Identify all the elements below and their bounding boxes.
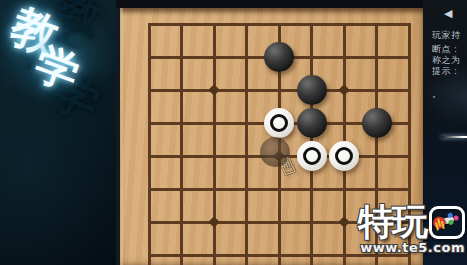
- gamepad-logo-icon: [429, 206, 465, 239]
- grid-vline: [148, 23, 151, 265]
- star-point: [338, 216, 349, 227]
- game-screen: 教 教 学 教 学 ☝ ◀ 玩家持 断点： 称之为 提示： 。 特玩: [0, 0, 467, 265]
- info-text-line: 玩家持: [432, 29, 461, 42]
- black-stone: [297, 108, 327, 138]
- tutorial-banner-panel: 教 教 学 教 学: [0, 0, 116, 265]
- black-stone: [362, 108, 392, 138]
- watermark-brand-text: 特玩: [358, 204, 426, 240]
- star-point: [208, 216, 219, 227]
- grid-hline: [148, 188, 411, 191]
- white-stone: [297, 141, 327, 171]
- shooting-star-streak: [441, 136, 467, 138]
- info-text-line: 。: [432, 88, 442, 101]
- white-stone: [264, 108, 294, 138]
- te5-watermark: 特玩 www.te5.com: [357, 204, 465, 255]
- black-stone: [297, 75, 327, 105]
- grid-vline: [213, 23, 216, 265]
- grid-vline: [180, 23, 183, 265]
- star-point: [338, 84, 349, 95]
- watermark-url: www.te5.com: [357, 240, 465, 255]
- black-stone: [264, 42, 294, 72]
- info-text-line: 提示：: [432, 65, 461, 78]
- star-point: [208, 84, 219, 95]
- collapse-panel-icon[interactable]: ◀: [444, 7, 452, 20]
- white-stone: [329, 141, 359, 171]
- grid-vline: [245, 23, 248, 265]
- ghost-stone-preview[interactable]: [260, 137, 290, 167]
